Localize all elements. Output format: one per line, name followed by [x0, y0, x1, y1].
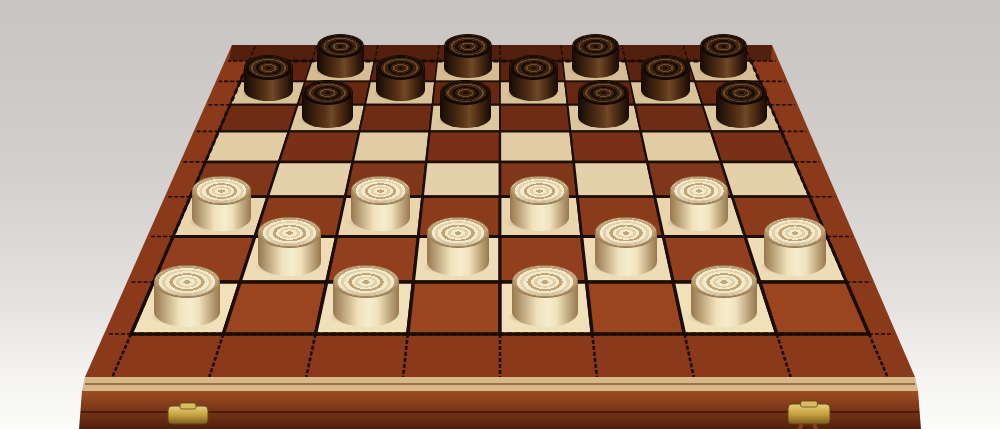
- piece-top: [192, 176, 251, 205]
- dark-checker-b6[interactable]: [302, 80, 353, 128]
- square-f5[interactable]: [570, 131, 647, 162]
- piece-top: [444, 34, 491, 58]
- light-checker-a1[interactable]: [154, 265, 220, 327]
- dark-checker-e7[interactable]: [509, 55, 558, 101]
- light-checker-h2[interactable]: [764, 217, 826, 276]
- piece-top: [641, 55, 690, 80]
- piece-top: [244, 55, 293, 80]
- light-checker-g3[interactable]: [670, 176, 729, 231]
- piece-top: [691, 265, 757, 298]
- square-e6[interactable]: [500, 105, 570, 132]
- piece-top: [578, 80, 629, 106]
- light-checker-g1[interactable]: [691, 265, 757, 327]
- light-checker-c3[interactable]: [351, 176, 410, 231]
- piece-top: [351, 176, 410, 205]
- light-checker-c1[interactable]: [333, 265, 399, 327]
- light-checker-d2[interactable]: [427, 217, 489, 276]
- square-e5[interactable]: [500, 131, 574, 162]
- piece-top: [154, 265, 220, 298]
- dark-checker-d6[interactable]: [440, 80, 491, 128]
- dark-checker-d8[interactable]: [444, 34, 491, 78]
- piece-top: [333, 265, 399, 298]
- dark-checker-f6[interactable]: [578, 80, 629, 128]
- square-g5[interactable]: [641, 131, 721, 162]
- piece-top: [258, 217, 320, 248]
- piece-top: [302, 80, 353, 106]
- square-a6[interactable]: [219, 105, 298, 132]
- square-d1[interactable]: [408, 282, 500, 334]
- square-c6[interactable]: [359, 105, 432, 132]
- piece-top: [572, 34, 619, 58]
- piece-top: [427, 217, 489, 248]
- brass-hinge-left[interactable]: [168, 403, 208, 424]
- square-d4[interactable]: [423, 162, 500, 197]
- piece-top: [716, 80, 767, 106]
- dark-checker-b8[interactable]: [317, 34, 364, 78]
- piece-top: [764, 217, 826, 248]
- piece-top: [700, 34, 747, 58]
- checkers-board: [0, 0, 1000, 429]
- dark-checker-g7[interactable]: [641, 55, 690, 101]
- square-d5[interactable]: [426, 131, 500, 162]
- piece-top: [510, 176, 569, 205]
- piece-top: [440, 80, 491, 106]
- light-checker-e3[interactable]: [510, 176, 569, 231]
- piece-top: [509, 55, 558, 80]
- light-checker-a3[interactable]: [192, 176, 251, 231]
- light-checker-b2[interactable]: [258, 217, 320, 276]
- square-b4[interactable]: [268, 162, 353, 197]
- piece-top: [670, 176, 729, 205]
- dark-checker-f8[interactable]: [572, 34, 619, 78]
- square-g6[interactable]: [635, 105, 711, 132]
- dark-checker-h8[interactable]: [700, 34, 747, 78]
- checkers-photo-scene: [0, 0, 1000, 429]
- light-checker-f2[interactable]: [595, 217, 657, 276]
- dark-checker-c7[interactable]: [376, 55, 425, 101]
- square-b1[interactable]: [223, 282, 326, 334]
- dark-checker-a7[interactable]: [244, 55, 293, 101]
- piece-top: [512, 265, 578, 298]
- square-h4[interactable]: [721, 162, 810, 197]
- square-c5[interactable]: [353, 131, 430, 162]
- dark-checker-h6[interactable]: [716, 80, 767, 128]
- light-checker-e1[interactable]: [512, 265, 578, 327]
- square-f1[interactable]: [587, 282, 685, 334]
- piece-top: [317, 34, 364, 58]
- square-f4[interactable]: [574, 162, 655, 197]
- square-b5[interactable]: [279, 131, 359, 162]
- piece-top: [376, 55, 425, 80]
